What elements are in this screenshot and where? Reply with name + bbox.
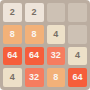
tile-8: 8 [47,68,66,87]
tile-32: 32 [25,68,44,87]
tile-8: 8 [25,25,44,44]
tile-4: 4 [47,25,66,44]
empty-cell [68,25,87,44]
empty-cell [47,3,66,22]
tile-64: 64 [68,68,87,87]
tile-32: 32 [47,47,66,66]
tile-2: 2 [25,3,44,22]
board-2048[interactable]: 228846464324432864 [0,0,90,90]
tile-64: 64 [3,47,22,66]
tile-2: 2 [3,3,22,22]
tile-4: 4 [68,47,87,66]
tile-4: 4 [3,68,22,87]
empty-cell [68,3,87,22]
tile-8: 8 [3,25,22,44]
tile-64: 64 [25,47,44,66]
